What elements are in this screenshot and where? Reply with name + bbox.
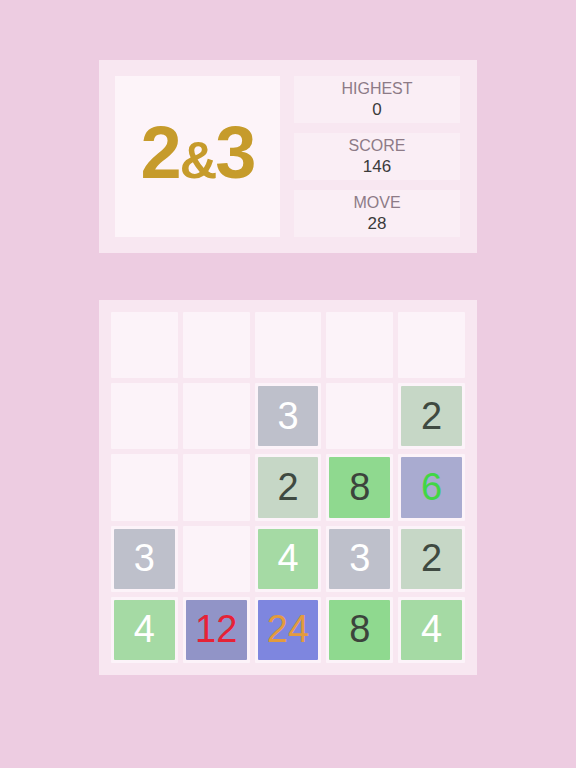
tile-4: 4 xyxy=(401,600,462,660)
board-cell-r0c2 xyxy=(255,312,322,378)
board-cell-r0c3 xyxy=(326,312,393,378)
game-board-panel: 3228634324122484 xyxy=(99,300,477,675)
title-left-digit: 2 xyxy=(141,111,180,194)
tile-8: 8 xyxy=(329,600,390,660)
stat-move-label: MOVE xyxy=(353,193,400,213)
game-title-text: 2&3 xyxy=(141,116,255,197)
tile-2: 2 xyxy=(258,457,319,517)
board-cell-r2c1 xyxy=(183,454,250,520)
board-cell-r1c1 xyxy=(183,383,250,449)
title-ampersand: & xyxy=(180,131,216,189)
board-cell-r1c4: 2 xyxy=(398,383,465,449)
board-cell-r4c0: 4 xyxy=(111,597,178,663)
stat-highest-label: HIGHEST xyxy=(341,79,412,99)
board-grid[interactable]: 3228634324122484 xyxy=(111,312,465,663)
stat-highest: HIGHEST 0 xyxy=(294,76,460,123)
title-right-digit: 3 xyxy=(215,111,254,194)
board-cell-r2c0 xyxy=(111,454,178,520)
tile-3: 3 xyxy=(329,529,390,589)
tile-12: 12 xyxy=(186,600,247,660)
stat-score: SCORE 146 xyxy=(294,133,460,180)
tile-4: 4 xyxy=(114,600,175,660)
board-cell-r4c3: 8 xyxy=(326,597,393,663)
stat-score-value: 146 xyxy=(363,156,391,177)
board-cell-r3c1 xyxy=(183,526,250,592)
board-cell-r1c2: 3 xyxy=(255,383,322,449)
game-header-panel: 2&3 HIGHEST 0 SCORE 146 MOVE 28 xyxy=(99,60,477,253)
board-cell-r2c4: 6 xyxy=(398,454,465,520)
board-cell-r2c3: 8 xyxy=(326,454,393,520)
tile-8: 8 xyxy=(329,457,390,517)
stats-column: HIGHEST 0 SCORE 146 MOVE 28 xyxy=(294,76,460,237)
game-title: 2&3 xyxy=(115,76,280,237)
tile-2: 2 xyxy=(401,529,462,589)
stat-move-value: 28 xyxy=(368,213,387,234)
board-cell-r3c2: 4 xyxy=(255,526,322,592)
board-cell-r0c0 xyxy=(111,312,178,378)
tile-24: 24 xyxy=(258,600,319,660)
tile-4: 4 xyxy=(258,529,319,589)
tile-3: 3 xyxy=(258,386,319,446)
stat-score-label: SCORE xyxy=(349,136,406,156)
board-cell-r3c0: 3 xyxy=(111,526,178,592)
board-cell-r4c4: 4 xyxy=(398,597,465,663)
board-cell-r3c3: 3 xyxy=(326,526,393,592)
board-cell-r4c1: 12 xyxy=(183,597,250,663)
board-cell-r0c1 xyxy=(183,312,250,378)
board-cell-r1c3 xyxy=(326,383,393,449)
tile-2: 2 xyxy=(401,386,462,446)
board-cell-r1c0 xyxy=(111,383,178,449)
board-cell-r4c2: 24 xyxy=(255,597,322,663)
board-cell-r3c4: 2 xyxy=(398,526,465,592)
stat-highest-value: 0 xyxy=(372,99,381,120)
board-cell-r0c4 xyxy=(398,312,465,378)
board-cell-r2c2: 2 xyxy=(255,454,322,520)
tile-3: 3 xyxy=(114,529,175,589)
stat-move: MOVE 28 xyxy=(294,190,460,237)
tile-6: 6 xyxy=(401,457,462,517)
